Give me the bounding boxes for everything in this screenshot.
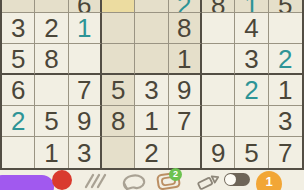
cell-r5c4[interactable] [102,13,135,44]
cell-r9c3[interactable]: 3 [69,137,102,168]
cell-r6c2[interactable]: 8 [35,44,68,75]
given-digit: 5 [278,0,292,13]
cell-r8c3[interactable]: 9 [69,106,102,137]
cell-r6c5[interactable] [135,44,168,75]
given-digit: 1 [44,140,58,166]
scribble-icon[interactable] [84,172,108,190]
toggle-knob [225,174,236,185]
toolbar: 2 1 [0,168,304,190]
cell-r8c2[interactable]: 5 [35,106,68,137]
cell-r5c1[interactable]: 3 [2,13,35,44]
cell-r8c6[interactable]: 7 [169,106,202,137]
given-digit: 5 [44,108,58,134]
user-digit: 2 [11,108,25,134]
undo-icon[interactable] [120,172,150,190]
cell-r4c2[interactable] [35,0,68,13]
given-digit: 7 [278,140,292,166]
cell-r9c1[interactable] [2,137,35,168]
purple-marker-icon [0,175,54,190]
given-digit: 3 [144,77,158,103]
given-digit: 1 [278,77,292,103]
hint-badge: 1 [265,174,272,189]
cell-r8c7[interactable] [202,106,235,137]
cell-r4c1[interactable] [2,0,35,13]
given-digit: 5 [111,77,125,103]
hint-button[interactable]: 1 [256,171,282,190]
cell-r4c6[interactable]: 2 [169,0,202,13]
cell-r4c7[interactable]: 8 [202,0,235,13]
cell-r6c9[interactable]: 2 [269,44,302,75]
cell-r8c1[interactable]: 2 [2,106,35,137]
given-digit: 9 [211,140,225,166]
cell-r4c9[interactable]: 5 [269,0,302,13]
user-digit: 1 [244,0,258,13]
given-digit: 2 [144,140,158,166]
cell-r7c4[interactable]: 5 [102,75,135,106]
given-digit: 8 [111,108,125,134]
cell-r7c1[interactable]: 6 [2,75,35,106]
user-digit: 1 [77,15,91,41]
cell-r6c1[interactable]: 5 [2,44,35,75]
cell-r6c3[interactable] [69,44,102,75]
given-digit: 3 [278,108,292,134]
cell-r9c5[interactable]: 2 [135,137,168,168]
cell-r9c9[interactable]: 7 [269,137,302,168]
cell-r7c2[interactable] [35,75,68,106]
given-digit: 5 [11,46,25,72]
given-digit: 8 [177,15,191,41]
cell-r7c3[interactable]: 7 [69,75,102,106]
given-digit: 5 [244,140,258,166]
sudoku-board: 62815321845813267539212598173132957 [0,0,304,170]
cell-r5c7[interactable] [202,13,235,44]
cell-r6c4[interactable] [102,44,135,75]
cell-r9c7[interactable]: 9 [202,137,235,168]
cell-r9c4[interactable] [102,137,135,168]
cell-r5c9[interactable] [269,13,302,44]
given-digit: 8 [44,46,58,72]
cell-r4c8[interactable]: 1 [235,0,268,13]
given-digit: 3 [77,140,91,166]
cell-r6c7[interactable] [202,44,235,75]
given-digit: 3 [244,46,258,72]
given-digit: 2 [44,15,58,41]
cell-r7c8[interactable]: 2 [235,75,268,106]
sudoku-app: 62815321845813267539212598173132957 [0,0,304,190]
cell-r6c6[interactable]: 1 [169,44,202,75]
cell-r5c8[interactable]: 4 [235,13,268,44]
given-digit: 9 [77,108,91,134]
cell-r7c9[interactable]: 1 [269,75,302,106]
cell-r8c5[interactable]: 1 [135,106,168,137]
cell-r9c2[interactable]: 1 [35,137,68,168]
cell-r8c9[interactable]: 3 [269,106,302,137]
user-digit: 2 [278,46,292,72]
given-digit: 9 [177,77,191,103]
given-digit: 1 [177,46,191,72]
given-digit: 1 [144,108,158,134]
cell-r5c5[interactable] [135,13,168,44]
cell-r4c5[interactable] [135,0,168,13]
cell-r5c6[interactable]: 8 [169,13,202,44]
given-digit: 4 [244,15,258,41]
eraser-badge: 2 [169,168,182,181]
given-digit: 7 [77,77,91,103]
given-digit: 8 [211,0,225,13]
cell-r4c3[interactable]: 6 [69,0,102,13]
cell-r5c3[interactable]: 1 [69,13,102,44]
given-digit: 6 [77,0,91,13]
cell-r7c6[interactable]: 9 [169,75,202,106]
cell-r8c8[interactable] [235,106,268,137]
cell-r9c8[interactable]: 5 [235,137,268,168]
cell-r6c8[interactable]: 3 [235,44,268,75]
user-digit: 2 [177,0,191,13]
pencil-icon[interactable] [195,171,223,190]
given-digit: 7 [177,108,191,134]
cell-r7c7[interactable] [202,75,235,106]
cell-r5c2[interactable]: 2 [35,13,68,44]
pen-mode-toggle[interactable] [224,173,250,186]
red-dot-icon [52,170,72,190]
user-digit: 2 [244,77,258,103]
cell-r9c6[interactable] [169,137,202,168]
given-digit: 3 [11,15,25,41]
cell-r8c4[interactable]: 8 [102,106,135,137]
given-digit: 6 [11,77,25,103]
cell-r7c5[interactable]: 3 [135,75,168,106]
cell-r4c4[interactable] [102,0,135,13]
